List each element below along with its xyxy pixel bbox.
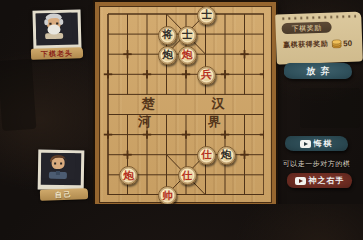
game-screen: { "game": "xiangqi", "position": { "fen"… [0,0,363,204]
piece-black-炮[interactable]: 炮 [158,46,177,65]
self-avatar [38,150,85,191]
video-ad-icon [300,140,311,148]
river-label-left: 楚河 [125,95,171,131]
reward-note: 下棋奖励 赢棋获得奖励 50 [275,12,363,65]
opponent-name-ribbon: 下棋老头 [31,47,83,60]
reward-amount: 50 [343,38,352,47]
god-hand-label: 神之右手 [309,175,345,186]
piece-red-炮[interactable]: 炮 [178,46,197,65]
undo-label: 悔棋 [314,138,334,149]
piece-red-兵[interactable]: 兵 [197,66,216,85]
piece-red-帅[interactable]: 帅 [158,186,177,204]
piece-black-炮[interactable]: 炮 [217,146,236,165]
piece-black-士[interactable]: 士 [197,6,216,25]
hint-text: 可以走一步对方的棋 [270,159,363,169]
note-perforation [280,15,356,21]
video-ad-icon [295,177,306,185]
reward-title-badge: 下棋奖励 [281,22,331,35]
xiangqi-board[interactable]: 楚河 汉界 士将士炮炮兵仕炮炮仕帅 [95,2,276,204]
forfeit-button[interactable]: 放弃 [284,63,352,79]
piece-red-仕[interactable]: 仕 [178,166,197,185]
god-hand-button[interactable]: 神之右手 [287,173,352,188]
forfeit-label: 放弃 [302,65,335,78]
self-name-ribbon: 自己 [40,188,88,201]
young-man-portrait [41,153,75,180]
opponent-avatar [32,9,81,50]
coin-stack-icon [331,39,342,48]
self-name: 自己 [55,189,73,200]
piece-black-将[interactable]: 将 [158,26,177,45]
reward-line-text: 赢棋获得奖励 [283,39,328,51]
reward-title: 下棋奖励 [291,22,321,33]
river-label-right: 汉界 [195,95,241,131]
undo-button[interactable]: 悔棋 [285,136,348,151]
old-man-portrait [36,13,73,40]
opponent-name: 下棋老头 [41,48,73,59]
piece-black-士[interactable]: 士 [178,26,197,45]
